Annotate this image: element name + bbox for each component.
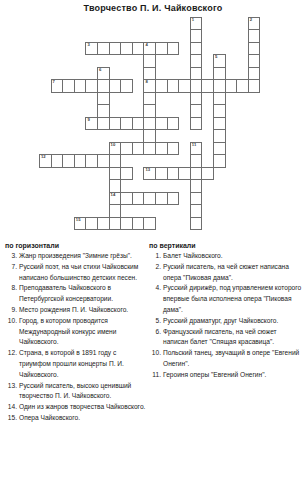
across-clue-list: 3.Жанр произведения "Зимние грёзы".7.Рус…	[5, 251, 147, 424]
crossword-cell[interactable]	[190, 179, 203, 193]
clue-number: 8.	[5, 283, 19, 294]
crossword-cell[interactable]	[190, 192, 203, 206]
crossword-cell[interactable]	[190, 42, 203, 56]
crossword-cell[interactable]: 2	[248, 17, 261, 31]
crossword-cell[interactable]	[190, 29, 203, 43]
crossword-cell[interactable]	[167, 117, 180, 131]
clue-item: 2.Руский писатель, на чей сюжет написана…	[149, 262, 303, 284]
clue-text: Русский поэт, на чьи стихи Чайковским на…	[19, 262, 147, 284]
crossword-cell[interactable]	[190, 117, 203, 131]
clue-number: 14.	[5, 402, 19, 413]
down-heading: по вертикали	[149, 240, 303, 251]
cell-number: 14	[111, 193, 116, 198]
crossword-cell[interactable]	[167, 142, 180, 156]
crossword-cell[interactable]	[97, 92, 110, 106]
cell-number: 9	[87, 118, 89, 123]
crossword-cell[interactable]	[190, 54, 203, 68]
crossword-cell[interactable]	[213, 129, 226, 143]
clue-text: Героиня оперы "Евгений Онегин".	[163, 370, 303, 381]
crossword-cell[interactable]	[143, 129, 156, 143]
crossword-cell[interactable]	[213, 117, 226, 131]
cell-number: 11	[192, 143, 196, 148]
crossword-cell[interactable]	[120, 79, 133, 93]
cell-number: 1	[192, 18, 194, 23]
clue-item: 6.Французский писатель, на чей сюжет нап…	[149, 327, 303, 349]
down-clue-list: 1.Балет Чайковского.2.Руский писатель, н…	[149, 251, 303, 381]
crossword-cell[interactable]: 5	[213, 54, 226, 68]
clue-item: 14.Один из жанров творчества Чайковского…	[5, 402, 147, 413]
crossword-cell[interactable]	[143, 104, 156, 118]
clue-item: 10.Польский танец, звучащий в опере "Евг…	[149, 348, 303, 370]
clue-item: 10.Город, в котором проводится Междунаро…	[5, 316, 147, 348]
cell-number: 3	[87, 43, 89, 48]
crossword-cell[interactable]	[213, 142, 226, 156]
crossword-cell[interactable]	[143, 92, 156, 106]
crossword-cell[interactable]	[109, 154, 122, 168]
cell-number: 8	[145, 80, 147, 85]
clue-text: Один из жанров творчества Чайковского.	[19, 402, 147, 413]
cell-number: 4	[145, 43, 147, 48]
crossword-cell[interactable]	[143, 217, 156, 231]
clue-item: 4.Русский дирижёр, под управлением котор…	[149, 283, 303, 315]
crossword-cell[interactable]	[190, 104, 203, 118]
clue-number: 9.	[5, 305, 19, 316]
crossword-cell[interactable]	[167, 192, 180, 206]
crossword-cell[interactable]	[190, 204, 203, 218]
clue-text: Русский писатель, высоко ценивший творче…	[19, 381, 147, 403]
cell-number: 5	[215, 55, 217, 60]
clue-number: 2.	[149, 262, 163, 273]
crossword-cell[interactable]	[143, 54, 156, 68]
clue-text: Русский драматург, друг Чайковского.	[163, 316, 303, 327]
crossword-cell[interactable]	[201, 167, 214, 181]
crossword-cell[interactable]	[248, 42, 261, 56]
clue-item: 9.Место рождения П. И. Чайковского.	[5, 305, 147, 316]
clue-item: 13.Русский писатель, высоко ценивший тво…	[5, 381, 147, 403]
crossword-cell[interactable]	[109, 179, 122, 193]
cell-number: 7	[53, 80, 55, 85]
crossword-cell[interactable]	[213, 104, 226, 118]
clue-number: 5.	[149, 316, 163, 327]
clue-text: Жанр произведения "Зимние грёзы".	[19, 251, 147, 262]
clue-text: Страна, в которой в 1891 году с триумфом…	[19, 348, 147, 380]
clue-item: 8.Преподаватель Чайковского в Петербургс…	[5, 283, 147, 305]
clue-number: 10.	[149, 348, 163, 359]
crossword-cell[interactable]	[248, 54, 261, 68]
clue-text: Французский писатель, на чей сюжет напис…	[163, 327, 303, 349]
crossword-cell[interactable]	[97, 104, 110, 118]
clue-number: 3.	[5, 251, 19, 262]
clue-item: 12.Страна, в которой в 1891 году с триум…	[5, 348, 147, 380]
clue-item: 3.Жанр произведения "Зимние грёзы".	[5, 251, 147, 262]
cell-number: 13	[145, 168, 150, 173]
down-clues-section: по вертикали 1.Балет Чайковского.2.Руски…	[149, 240, 303, 381]
clue-number: 1.	[149, 251, 163, 262]
crossword-cell[interactable]	[190, 154, 203, 168]
crossword-cell[interactable]	[190, 217, 203, 231]
crossword-cell[interactable]	[213, 67, 226, 81]
crossword-cell[interactable]: 11	[190, 142, 203, 156]
clue-item: 5.Русский драматург, друг Чайковского.	[149, 316, 303, 327]
cell-number: 15	[76, 218, 81, 223]
clue-item: 7.Русский поэт, на чьи стихи Чайковским …	[5, 262, 147, 284]
across-clues-section: по горизонтали 3.Жанр произведения "Зимн…	[5, 240, 147, 424]
clue-text: Руский писатель, на чей сюжет написана о…	[163, 262, 303, 284]
clue-text: Опера Чайковского.	[19, 413, 147, 424]
crossword-cell[interactable]	[190, 92, 203, 106]
clue-number: 15.	[5, 413, 19, 424]
across-heading: по горизонтали	[5, 240, 147, 251]
clue-number: 10.	[5, 316, 19, 327]
clue-item: 15.Опера Чайковского.	[5, 413, 147, 424]
crossword-cell[interactable]	[109, 204, 122, 218]
crossword-cell[interactable]	[248, 67, 261, 81]
crossword-cell[interactable]	[190, 67, 203, 81]
clue-text: Место рождения П. И. Чайковского.	[19, 305, 147, 316]
clue-number: 4.	[149, 283, 163, 294]
clue-item: 11.Героиня оперы "Евгений Онегин".	[149, 370, 303, 381]
crossword-worksheet: Творчество П. И. Чайковского 12345678910…	[0, 0, 306, 480]
crossword-cell[interactable]: 1	[190, 17, 203, 31]
clue-number: 6.	[149, 327, 163, 338]
clue-number: 11.	[149, 370, 163, 381]
clue-number: 12.	[5, 348, 19, 359]
clue-number: 7.	[5, 262, 19, 273]
crossword-cell[interactable]	[120, 167, 133, 181]
cell-number: 12	[41, 155, 46, 160]
crossword-cell[interactable]	[213, 154, 226, 168]
crossword-cell[interactable]	[248, 29, 261, 43]
cell-number: 6	[99, 68, 101, 73]
clue-text: Балет Чайковского.	[163, 251, 303, 262]
clue-number: 13.	[5, 381, 19, 392]
crossword-cell[interactable]	[143, 67, 156, 81]
crossword-cell[interactable]	[213, 92, 226, 106]
crossword-cell[interactable]: 6	[97, 67, 110, 81]
clue-text: Русский дирижёр, под управлением которог…	[163, 283, 303, 315]
clue-item: 1.Балет Чайковского.	[149, 251, 303, 262]
crossword-cell[interactable]	[248, 79, 261, 93]
clue-text: Преподаватель Чайковского в Петербургско…	[19, 283, 147, 305]
crossword-grid: 123456789101112131415	[0, 0, 306, 240]
clue-text: Польский танец, звучащий в опере "Евгени…	[163, 348, 303, 370]
cell-number: 2	[250, 18, 252, 23]
cell-number: 10	[111, 143, 116, 148]
clue-text: Город, в котором проводится Международны…	[19, 316, 147, 348]
crossword-cell[interactable]	[167, 42, 180, 56]
